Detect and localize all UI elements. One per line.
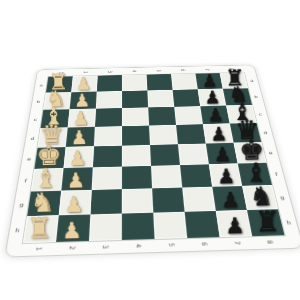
square-e5 bbox=[150, 144, 180, 166]
square-c6 bbox=[174, 106, 203, 125]
chess-board: ♜♟♟♜♞♟♟♞♝♟♟♝♛♟♟♛♚♟♟♚♝♟♟♝♞♟♟♞♜♟♟♜ bbox=[23, 72, 284, 242]
piece-white-pawn: ♟ bbox=[67, 170, 86, 191]
coordinate-label: 7 bbox=[201, 62, 213, 77]
square-e7: ♟ bbox=[206, 143, 238, 164]
square-g5 bbox=[152, 188, 185, 213]
piece-white-pawn: ♟ bbox=[65, 194, 85, 216]
square-g3 bbox=[90, 189, 122, 214]
piece-black-rook: ♜ bbox=[255, 208, 280, 237]
coordinate-label: 2 bbox=[80, 65, 91, 80]
piece-black-pawn: ♟ bbox=[225, 215, 245, 238]
piece-white-pawn: ♟ bbox=[62, 219, 83, 242]
square-c7: ♟ bbox=[200, 106, 230, 125]
square-f2: ♟ bbox=[61, 167, 93, 190]
square-c4 bbox=[122, 107, 149, 126]
square-b4 bbox=[122, 90, 148, 108]
coordinate-label: 4 bbox=[129, 64, 139, 79]
square-d4 bbox=[122, 126, 150, 146]
piece-black-pawn: ♟ bbox=[214, 145, 232, 165]
product-photo: 12345678 12345678 abcdefgh abcdefgh ♜♟♟♜… bbox=[0, 0, 300, 300]
square-e6 bbox=[178, 144, 209, 166]
square-c3 bbox=[95, 108, 122, 127]
square-h3 bbox=[89, 214, 122, 241]
square-d3 bbox=[94, 126, 122, 146]
piece-white-pawn: ♟ bbox=[69, 148, 87, 168]
square-h4 bbox=[122, 213, 155, 240]
square-h5 bbox=[153, 212, 187, 239]
square-b6 bbox=[173, 89, 201, 106]
piece-black-pawn: ♟ bbox=[221, 189, 240, 211]
square-b5 bbox=[147, 90, 174, 108]
square-f3 bbox=[92, 167, 122, 190]
coordinate-label: 1 bbox=[55, 65, 67, 80]
square-d2: ♟ bbox=[66, 127, 95, 147]
square-h2: ♟ bbox=[56, 214, 90, 241]
square-c5 bbox=[148, 107, 176, 126]
square-e3 bbox=[93, 146, 122, 168]
square-c2: ♟ bbox=[68, 109, 96, 128]
square-h7: ♟ bbox=[216, 210, 252, 237]
square-d5 bbox=[149, 125, 178, 145]
square-g6 bbox=[182, 187, 216, 212]
square-h1: ♜ bbox=[23, 215, 59, 243]
square-d6 bbox=[176, 124, 206, 144]
piece-black-pawn: ♟ bbox=[217, 166, 236, 187]
coordinate-label: 6 bbox=[177, 63, 188, 78]
coordinate-label: 5 bbox=[153, 63, 164, 78]
square-d7: ♟ bbox=[203, 124, 234, 144]
square-h8: ♜ bbox=[247, 209, 285, 236]
square-f5 bbox=[151, 165, 182, 188]
piece-white-rook: ♜ bbox=[27, 214, 53, 243]
square-g2: ♟ bbox=[59, 190, 92, 215]
square-b3 bbox=[96, 91, 122, 109]
square-h6 bbox=[185, 211, 220, 238]
coordinate-label: 8 bbox=[225, 62, 238, 77]
coordinate-label: 3 bbox=[105, 64, 115, 79]
piece-white-pawn: ♟ bbox=[71, 128, 89, 147]
square-f7: ♟ bbox=[209, 164, 242, 187]
piece-black-pawn: ♟ bbox=[211, 125, 228, 144]
square-e2: ♟ bbox=[64, 146, 94, 168]
square-g4 bbox=[122, 188, 153, 213]
square-e4 bbox=[122, 145, 151, 167]
board-perspective-wrapper: 12345678 12345678 abcdefgh abcdefgh ♜♟♟♜… bbox=[4, 65, 300, 258]
square-g7: ♟ bbox=[212, 186, 247, 211]
square-f4 bbox=[122, 166, 152, 189]
square-f6 bbox=[180, 164, 212, 187]
chess-board-mat: 12345678 12345678 abcdefgh abcdefgh ♜♟♟♜… bbox=[4, 65, 300, 258]
